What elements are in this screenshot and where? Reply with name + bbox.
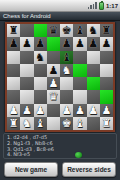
square-e6[interactable]: ♝ <box>60 51 73 64</box>
move-line-4: 4. Nf3-e5 <box>7 152 113 158</box>
white-pawn-f2: ♟ <box>75 105 85 116</box>
square-g6[interactable] <box>87 51 100 64</box>
square-b4[interactable] <box>20 77 33 90</box>
square-a3[interactable] <box>7 90 20 103</box>
white-pawn-a2: ♟ <box>9 105 19 116</box>
square-b6[interactable] <box>20 51 33 64</box>
square-b5[interactable] <box>20 64 33 77</box>
android-status-bar: 1:17 <box>0 0 120 12</box>
square-c6[interactable]: ♞ <box>34 51 47 64</box>
square-e1[interactable]: ♚ <box>60 117 73 130</box>
white-knight-b1: ♞ <box>22 118 32 129</box>
engine-status-icon <box>75 152 82 158</box>
chess-board: ♜♛♚♝♞♜♟♟♟♟♟♟♟♞♝♟♞♟♛♟♟♟♟♟♟♟♜♞♝♚♝♜ <box>7 24 113 130</box>
black-rook-a8: ♜ <box>9 25 19 36</box>
black-pawn-e7: ♟ <box>62 38 72 49</box>
white-queen-d3: ♛ <box>48 91 58 102</box>
square-c2[interactable]: ♟ <box>34 104 47 117</box>
black-king-e8: ♚ <box>62 25 72 36</box>
square-g7[interactable]: ♟ <box>87 37 100 50</box>
white-king-e1: ♚ <box>62 118 72 129</box>
black-pawn-g7: ♟ <box>88 38 98 49</box>
black-pawn-c7: ♟ <box>35 38 45 49</box>
square-a7[interactable]: ♟ <box>7 37 20 50</box>
square-c8[interactable] <box>34 24 47 37</box>
square-f7[interactable]: ♟ <box>73 37 86 50</box>
square-h2[interactable]: ♟ <box>100 104 113 117</box>
square-c1[interactable]: ♝ <box>34 117 47 130</box>
square-a1[interactable]: ♜ <box>7 117 20 130</box>
square-h6[interactable] <box>100 51 113 64</box>
square-f6[interactable] <box>73 51 86 64</box>
square-g4[interactable] <box>87 77 100 90</box>
square-d5[interactable]: ♟ <box>47 64 60 77</box>
square-h3[interactable] <box>100 90 113 103</box>
square-a2[interactable]: ♟ <box>7 104 20 117</box>
square-f8[interactable]: ♝ <box>73 24 86 37</box>
square-a8[interactable]: ♜ <box>7 24 20 37</box>
square-h4[interactable] <box>100 77 113 90</box>
square-d1[interactable] <box>47 117 60 130</box>
square-a4[interactable] <box>7 77 20 90</box>
new-game-button[interactable]: New game <box>4 162 58 177</box>
square-h7[interactable]: ♟ <box>100 37 113 50</box>
black-bishop-e6: ♝ <box>62 52 72 63</box>
square-e2[interactable]: ♟ <box>60 104 73 117</box>
square-g1[interactable] <box>87 117 100 130</box>
square-g5[interactable] <box>87 64 100 77</box>
board-frame: ♜♛♚♝♞♜♟♟♟♟♟♟♟♞♝♟♞♟♛♟♟♟♟♟♟♟♜♞♝♚♝♜ <box>5 22 115 132</box>
square-e7[interactable]: ♟ <box>60 37 73 50</box>
white-knight-e5: ♞ <box>62 65 72 76</box>
square-a6[interactable] <box>7 51 20 64</box>
app-title-bar: Chess for Android <box>0 12 120 21</box>
square-b1[interactable]: ♞ <box>20 117 33 130</box>
white-pawn-b2: ♟ <box>22 105 32 116</box>
square-e8[interactable]: ♚ <box>60 24 73 37</box>
square-e4[interactable] <box>60 77 73 90</box>
square-d4[interactable]: ♟ <box>47 77 60 90</box>
square-d3[interactable]: ♛ <box>47 90 60 103</box>
square-c5[interactable] <box>34 64 47 77</box>
square-f4[interactable] <box>73 77 86 90</box>
square-f3[interactable] <box>73 90 86 103</box>
square-f2[interactable]: ♟ <box>73 104 86 117</box>
square-g8[interactable]: ♞ <box>87 24 100 37</box>
signal-icon <box>88 2 97 9</box>
square-d6[interactable] <box>47 51 60 64</box>
square-f5[interactable] <box>73 64 86 77</box>
white-pawn-d4: ♟ <box>48 78 58 89</box>
square-b7[interactable]: ♟ <box>20 37 33 50</box>
square-d2[interactable] <box>47 104 60 117</box>
white-pawn-c2: ♟ <box>35 105 45 116</box>
black-pawn-b7: ♟ <box>22 38 32 49</box>
square-d8[interactable]: ♛ <box>47 24 60 37</box>
status-clock: 1:17 <box>106 0 118 12</box>
black-rook-h8: ♜ <box>101 25 111 36</box>
square-h5[interactable] <box>100 64 113 77</box>
reverse-sides-button[interactable]: Reverse sides <box>62 162 116 177</box>
square-g3[interactable] <box>87 90 100 103</box>
square-f1[interactable]: ♝ <box>73 117 86 130</box>
black-pawn-d5: ♟ <box>48 65 58 76</box>
white-rook-h1: ♜ <box>101 118 111 129</box>
square-g2[interactable]: ♟ <box>87 104 100 117</box>
square-h8[interactable]: ♜ <box>100 24 113 37</box>
black-pawn-a7: ♟ <box>9 38 19 49</box>
square-b8[interactable] <box>20 24 33 37</box>
square-c3[interactable] <box>34 90 47 103</box>
battery-icon <box>99 2 104 10</box>
black-pawn-f7: ♟ <box>75 38 85 49</box>
white-pawn-h2: ♟ <box>101 105 111 116</box>
square-c4[interactable] <box>34 77 47 90</box>
square-b2[interactable]: ♟ <box>20 104 33 117</box>
white-pawn-g2: ♟ <box>88 105 98 116</box>
white-bishop-c1: ♝ <box>35 118 45 129</box>
black-pawn-h7: ♟ <box>101 38 111 49</box>
square-h1[interactable]: ♜ <box>100 117 113 130</box>
square-e3[interactable] <box>60 90 73 103</box>
square-e5[interactable]: ♞ <box>60 64 73 77</box>
move-list-panel[interactable]: 1. d2-d4 , d7-d5 2. Ng1-f3 , Nb8-c6 3. Q… <box>3 133 117 159</box>
square-a5[interactable] <box>7 64 20 77</box>
square-b3[interactable] <box>20 90 33 103</box>
square-c7[interactable]: ♟ <box>34 37 47 50</box>
square-d7[interactable] <box>47 37 60 50</box>
white-rook-a1: ♜ <box>9 118 19 129</box>
black-queen-d8: ♛ <box>48 25 58 36</box>
app-title: Chess for Android <box>3 13 51 19</box>
white-pawn-e2: ♟ <box>62 105 72 116</box>
white-bishop-f1: ♝ <box>75 118 85 129</box>
black-knight-g8: ♞ <box>88 25 98 36</box>
black-bishop-f8: ♝ <box>75 25 85 36</box>
black-knight-c6: ♞ <box>35 52 45 63</box>
